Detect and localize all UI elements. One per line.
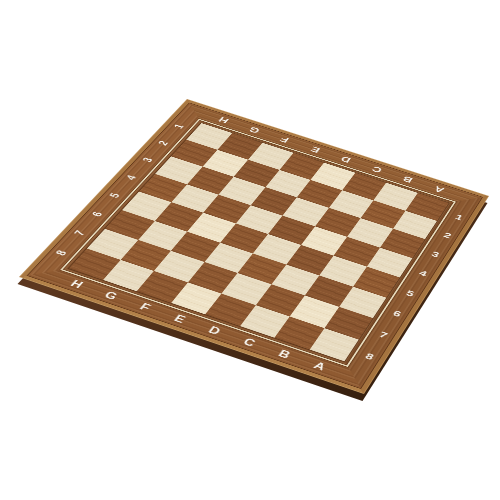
chess-board: HGFEDCBAHGFEDCBA1234567812345678 <box>19 99 489 394</box>
product-photo: HGFEDCBAHGFEDCBA1234567812345678 <box>0 0 500 500</box>
